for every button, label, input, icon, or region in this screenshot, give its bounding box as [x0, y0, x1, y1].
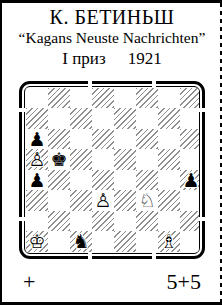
square-b3 [48, 190, 70, 211]
white-bishop: ♗ [160, 232, 177, 251]
square-a2 [26, 211, 48, 232]
square-d7 [92, 108, 114, 129]
square-a8 [26, 88, 48, 109]
square-a7 [26, 108, 48, 129]
square-g4 [158, 170, 180, 191]
square-h4: ♟ [180, 170, 200, 191]
square-h2 [180, 211, 200, 232]
square-g5 [158, 149, 180, 170]
square-b4 [48, 170, 70, 191]
square-e2 [114, 211, 136, 232]
square-c4 [70, 170, 92, 191]
square-c3 [70, 190, 92, 211]
square-h7 [180, 108, 200, 129]
square-a5: ♙ [26, 149, 48, 170]
square-g2 [158, 211, 180, 232]
square-c7 [70, 108, 92, 129]
chess-board: ♟♙♚♟♟♙♘♔♞♗ [19, 81, 205, 259]
square-d5 [92, 149, 114, 170]
white-king: ♔ [28, 232, 45, 251]
frame-slit [152, 252, 156, 259]
square-d1 [92, 231, 114, 252]
square-d8 [92, 88, 114, 109]
square-e5 [114, 149, 136, 170]
black-pawn: ♟ [28, 171, 45, 190]
frame-slit [19, 108, 26, 112]
square-a4: ♟ [26, 170, 48, 191]
square-a1: ♔ [26, 231, 48, 252]
square-e7 [114, 108, 136, 129]
white-pawn: ♙ [28, 150, 45, 169]
frame-slit [88, 252, 92, 259]
diagram-footer: + 5+5 [2, 269, 222, 295]
square-b7 [48, 108, 70, 129]
square-f4 [136, 170, 158, 191]
square-c1: ♞ [70, 231, 92, 252]
study-diagram-page: К. БЕТИНЬШ “Kagans Neuste Nachrichten” I… [0, 0, 222, 305]
board-inner-frame: ♟♙♚♟♟♙♘♔♞♗ [24, 86, 200, 254]
award-line: I приз1921 [2, 49, 222, 68]
square-f2 [136, 211, 158, 232]
clipped-page-dashed-edge [220, 3, 222, 302]
year-text: 1921 [128, 49, 162, 68]
square-b1 [48, 231, 70, 252]
square-e6 [114, 129, 136, 150]
composer-name: К. БЕТИНЬШ [2, 6, 222, 28]
square-d2 [92, 211, 114, 232]
frame-slit [88, 81, 92, 88]
square-c5 [70, 149, 92, 170]
square-d4 [92, 170, 114, 191]
square-b6 [48, 129, 70, 150]
white-pawn: ♙ [94, 191, 111, 210]
material-count: 5+5 [167, 269, 201, 295]
square-f6 [136, 129, 158, 150]
source-title: “Kagans Neuste Nachrichten” [2, 29, 222, 46]
frame-slit [19, 217, 26, 221]
square-f7 [136, 108, 158, 129]
square-a3 [26, 190, 48, 211]
square-e8 [114, 88, 136, 109]
square-g6 [158, 129, 180, 150]
chess-board-grid: ♟♙♚♟♟♙♘♔♞♗ [26, 88, 200, 252]
square-b5: ♚ [48, 149, 70, 170]
square-c6 [70, 129, 92, 150]
square-g8 [158, 88, 180, 109]
square-f5 [136, 149, 158, 170]
stipulation: + [23, 269, 35, 295]
square-f3: ♘ [136, 190, 158, 211]
square-f8 [136, 88, 158, 109]
black-king: ♚ [50, 150, 67, 169]
square-h8 [180, 88, 200, 109]
square-h3 [180, 190, 200, 211]
square-d6 [92, 129, 114, 150]
award-text: I приз [62, 49, 105, 68]
frame-slit [152, 81, 156, 88]
square-g7 [158, 108, 180, 129]
square-b2 [48, 211, 70, 232]
square-e4 [114, 170, 136, 191]
square-g1: ♗ [158, 231, 180, 252]
square-b8 [48, 88, 70, 109]
square-c8 [70, 88, 92, 109]
black-knight: ♞ [72, 232, 89, 251]
square-h1 [180, 231, 200, 252]
diagram-header: К. БЕТИНЬШ “Kagans Neuste Nachrichten” I… [2, 3, 222, 68]
square-c2 [70, 211, 92, 232]
frame-slit [198, 108, 205, 112]
square-e1 [114, 231, 136, 252]
white-knight: ♘ [138, 191, 155, 210]
square-a6: ♟ [26, 129, 48, 150]
square-f1 [136, 231, 158, 252]
black-pawn: ♟ [182, 171, 199, 190]
square-h5 [180, 149, 200, 170]
square-d3: ♙ [92, 190, 114, 211]
frame-slit [198, 217, 205, 221]
square-g3 [158, 190, 180, 211]
black-pawn: ♟ [28, 130, 45, 149]
square-e3 [114, 190, 136, 211]
square-h6 [180, 129, 200, 150]
